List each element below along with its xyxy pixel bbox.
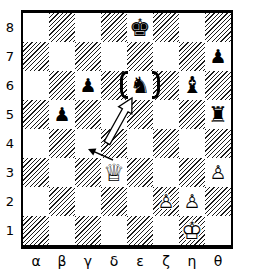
- square-ε3[interactable]: [127, 158, 153, 187]
- square-η5[interactable]: [179, 100, 205, 129]
- square-β7[interactable]: [49, 42, 75, 71]
- square-θ7[interactable]: ♟♟: [205, 42, 231, 71]
- white-queen-glyph: ♕: [103, 160, 125, 184]
- square-α2[interactable]: [23, 187, 49, 216]
- square-ζ8[interactable]: [153, 13, 179, 42]
- left-bracket: [120, 71, 128, 99]
- square-γ2[interactable]: [75, 187, 101, 216]
- square-η8[interactable]: [179, 13, 205, 42]
- square-α8[interactable]: [23, 13, 49, 42]
- piece-black-pawn[interactable]: ♟♟: [49, 100, 75, 129]
- square-α1[interactable]: [23, 216, 49, 245]
- piece-black-knight[interactable]: ♞♞: [127, 71, 153, 100]
- black-pawn-glyph: ♟: [53, 105, 70, 124]
- rank-label-5: 5: [0, 100, 20, 129]
- file-label-ζ: ζ: [153, 250, 179, 272]
- square-θ4[interactable]: [205, 129, 231, 158]
- file-labels: αβγδεζηθ: [23, 250, 231, 272]
- piece-black-bishop[interactable]: ♝♝: [179, 71, 205, 100]
- square-β8[interactable]: [49, 13, 75, 42]
- square-η6[interactable]: ♝♝: [179, 71, 205, 100]
- square-α5[interactable]: [23, 100, 49, 129]
- white-pawn-glyph: ♙: [157, 192, 174, 211]
- piece-black-king[interactable]: ♚♚: [127, 13, 153, 42]
- file-label-γ: γ: [75, 250, 101, 272]
- file-label-η: η: [179, 250, 205, 272]
- white-king-glyph: ♔: [181, 218, 203, 242]
- black-rook-glyph: ♜: [208, 103, 228, 125]
- chess-board: ♚♚♟♟♟♟♞♞♝♝♟♟♜♜♛♕♟♙♟♙♟♙♚♔: [21, 10, 233, 249]
- white-pawn-glyph: ♙: [183, 192, 200, 211]
- square-ε7[interactable]: [127, 42, 153, 71]
- square-θ8[interactable]: [205, 13, 231, 42]
- square-ε6[interactable]: ♞♞: [127, 71, 153, 100]
- rank-label-7: 7: [0, 42, 20, 71]
- square-β6[interactable]: [49, 71, 75, 100]
- file-label-α: α: [23, 250, 49, 272]
- square-δ4[interactable]: [101, 129, 127, 158]
- square-θ6[interactable]: [205, 71, 231, 100]
- file-label-ε: ε: [127, 250, 153, 272]
- square-ε8[interactable]: ♚♚: [127, 13, 153, 42]
- square-γ4[interactable]: [75, 129, 101, 158]
- piece-black-pawn[interactable]: ♟♟: [75, 71, 101, 100]
- square-ζ5[interactable]: [153, 100, 179, 129]
- square-η2[interactable]: ♟♙: [179, 187, 205, 216]
- square-γ3[interactable]: [75, 158, 101, 187]
- square-ε4[interactable]: [127, 129, 153, 158]
- square-γ6[interactable]: ♟♟: [75, 71, 101, 100]
- square-α4[interactable]: [23, 129, 49, 158]
- square-η4[interactable]: [179, 129, 205, 158]
- square-θ1[interactable]: [205, 216, 231, 245]
- black-knight-glyph: ♞: [130, 74, 151, 97]
- rank-label-3: 3: [0, 158, 20, 187]
- square-ε5[interactable]: [127, 100, 153, 129]
- square-γ5[interactable]: [75, 100, 101, 129]
- rank-label-2: 2: [0, 187, 20, 216]
- square-α7[interactable]: [23, 42, 49, 71]
- piece-black-pawn[interactable]: ♟♟: [205, 42, 231, 71]
- square-θ3[interactable]: ♟♙: [205, 158, 231, 187]
- right-bracket: [152, 71, 160, 99]
- square-γ8[interactable]: [75, 13, 101, 42]
- black-pawn-glyph: ♟: [79, 76, 96, 95]
- square-η7[interactable]: [179, 42, 205, 71]
- square-η1[interactable]: ♚♔: [179, 216, 205, 245]
- square-ε1[interactable]: [127, 216, 153, 245]
- piece-white-queen[interactable]: ♛♕: [101, 158, 127, 187]
- white-pawn-glyph: ♙: [209, 163, 226, 182]
- rank-labels: 87654321: [0, 13, 20, 245]
- square-ζ4[interactable]: [153, 129, 179, 158]
- square-δ5[interactable]: [101, 100, 127, 129]
- piece-white-pawn[interactable]: ♟♙: [205, 158, 231, 187]
- square-δ3[interactable]: ♛♕: [101, 158, 127, 187]
- file-label-β: β: [49, 250, 75, 272]
- square-θ2[interactable]: [205, 187, 231, 216]
- chess-diagram: 87654321 ♚♚♟♟♟♟♞♞♝♝♟♟♜♜♛♕♟♙♟♙♟♙♚♔ αβγδεζ…: [0, 0, 257, 276]
- square-ζ2[interactable]: ♟♙: [153, 187, 179, 216]
- file-label-θ: θ: [205, 250, 231, 272]
- square-α6[interactable]: [23, 71, 49, 100]
- square-α3[interactable]: [23, 158, 49, 187]
- rank-label-1: 1: [0, 216, 20, 245]
- square-γ7[interactable]: [75, 42, 101, 71]
- file-label-δ: δ: [101, 250, 127, 272]
- black-pawn-glyph: ♟: [209, 47, 226, 66]
- square-η3[interactable]: [179, 158, 205, 187]
- square-δ8[interactable]: [101, 13, 127, 42]
- square-δ2[interactable]: [101, 187, 127, 216]
- black-king-glyph: ♚: [129, 15, 151, 39]
- square-ζ1[interactable]: [153, 216, 179, 245]
- rank-label-8: 8: [0, 13, 20, 42]
- square-ζ3[interactable]: [153, 158, 179, 187]
- square-δ7[interactable]: [101, 42, 127, 71]
- square-γ1[interactable]: [75, 216, 101, 245]
- square-δ1[interactable]: [101, 216, 127, 245]
- square-ε2[interactable]: [127, 187, 153, 216]
- square-θ5[interactable]: ♜♜: [205, 100, 231, 129]
- rank-label-6: 6: [0, 71, 20, 100]
- piece-white-king[interactable]: ♚♔: [179, 216, 205, 245]
- square-β2[interactable]: [49, 187, 75, 216]
- piece-white-pawn[interactable]: ♟♙: [153, 187, 179, 216]
- square-ζ7[interactable]: [153, 42, 179, 71]
- piece-white-pawn[interactable]: ♟♙: [179, 187, 205, 216]
- square-β1[interactable]: [49, 216, 75, 245]
- black-bishop-glyph: ♝: [182, 74, 203, 97]
- piece-black-rook[interactable]: ♜♜: [205, 100, 231, 129]
- rank-label-4: 4: [0, 129, 20, 158]
- square-β3[interactable]: [49, 158, 75, 187]
- square-β5[interactable]: ♟♟: [49, 100, 75, 129]
- square-β4[interactable]: [49, 129, 75, 158]
